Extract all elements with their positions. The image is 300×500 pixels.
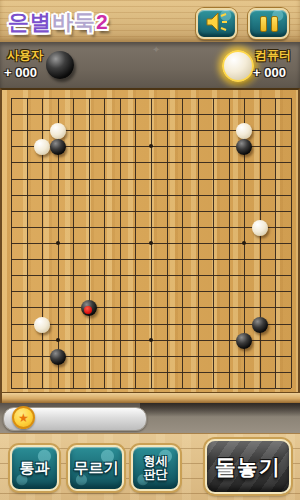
app-title-part3: 2 — [96, 10, 109, 33]
coin-score-pill: ★ — [3, 407, 147, 431]
user-label: 사용자 — [7, 47, 43, 64]
app-screen: 은별바둑2 ✦ ✦ 사용자 + 000 상급 19로 — [0, 0, 300, 500]
star-point — [56, 241, 60, 245]
star-point — [149, 338, 153, 342]
go-board[interactable] — [0, 88, 300, 403]
grid-line-vertical — [182, 98, 183, 388]
pass-button[interactable]: 통과 — [10, 445, 59, 491]
app-title-part1: 은별 — [8, 10, 52, 33]
board-shadow — [140, 403, 300, 417]
pause-button[interactable] — [248, 8, 289, 39]
computer-score: + 000 — [253, 65, 286, 80]
user-black-stone — [46, 51, 74, 79]
computer-white-stone-turn-indicator — [222, 50, 254, 82]
title-bar: 은별바둑2 — [0, 0, 300, 44]
bottom-button-bar: 통과 무르기 형세 판단 돌놓기 — [0, 433, 300, 500]
pause-icon — [271, 16, 278, 32]
app-title-part2: 바둑 — [52, 10, 96, 33]
estimate-button-label-line2: 판단 — [144, 468, 168, 481]
grid-line-vertical — [275, 98, 276, 388]
pause-icon — [260, 16, 267, 32]
stone-white — [50, 123, 66, 139]
grid-line-vertical — [291, 98, 292, 388]
grid-line-horizontal — [11, 324, 291, 325]
star-point — [56, 338, 60, 342]
stone-black — [50, 139, 66, 155]
last-move-marker — [84, 306, 92, 314]
pass-button-label: 통과 — [20, 460, 50, 477]
lower-strip: ★ — [0, 403, 300, 433]
grid-line-horizontal — [11, 307, 291, 308]
grid-line-horizontal — [11, 372, 291, 373]
undo-button[interactable]: 무르기 — [68, 445, 124, 491]
place-stone-button[interactable]: 돌놓기 — [205, 439, 291, 494]
stone-white — [34, 317, 50, 333]
grid-line-vertical — [198, 98, 199, 388]
grid-line-horizontal — [11, 388, 291, 389]
sparkle-decoration: ✦ — [152, 44, 160, 55]
grid-line-vertical — [260, 98, 261, 388]
grid-line-horizontal — [11, 275, 291, 276]
stone-black — [50, 349, 66, 365]
stone-black — [252, 317, 268, 333]
place-stone-button-label: 돌놓기 — [215, 453, 281, 481]
stone-black — [236, 139, 252, 155]
star-point — [242, 241, 246, 245]
stone-black — [236, 333, 252, 349]
go-board-grid[interactable] — [11, 98, 291, 388]
grid-line-vertical — [229, 98, 230, 388]
grid-line-vertical — [167, 98, 168, 388]
star-point — [149, 144, 153, 148]
grid-line-horizontal — [11, 259, 291, 260]
stone-white — [236, 123, 252, 139]
app-title: 은별바둑2 — [8, 8, 109, 36]
sound-button[interactable] — [196, 8, 237, 39]
grid-line-horizontal — [11, 291, 291, 292]
info-bar: ✦ ✦ 사용자 + 000 상급 19로 7 집반 컴퓨터 + 000 — [0, 42, 300, 88]
coin-icon: ★ — [12, 406, 35, 429]
computer-label: 컴퓨터 — [255, 47, 291, 64]
coin-star-glyph: ★ — [18, 412, 29, 424]
star-point — [149, 241, 153, 245]
estimate-button[interactable]: 형세 판단 — [131, 445, 180, 491]
user-score: + 000 — [4, 65, 37, 80]
speaker-icon — [205, 11, 229, 37]
stone-white — [34, 139, 50, 155]
undo-button-label: 무르기 — [74, 460, 119, 477]
stone-black — [81, 300, 97, 316]
stone-white — [252, 220, 268, 236]
grid-line-vertical — [213, 98, 214, 388]
